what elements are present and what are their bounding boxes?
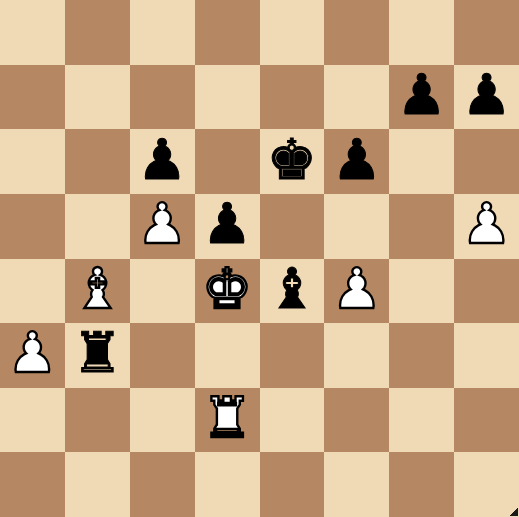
square-g8[interactable] bbox=[389, 0, 454, 65]
square-g5[interactable] bbox=[389, 194, 454, 259]
square-d8[interactable] bbox=[195, 0, 260, 65]
square-a3[interactable]: ♟ bbox=[0, 323, 65, 388]
square-h2[interactable] bbox=[454, 388, 519, 453]
square-b2[interactable] bbox=[65, 388, 130, 453]
square-h8[interactable] bbox=[454, 0, 519, 65]
square-f1[interactable] bbox=[324, 452, 389, 517]
piece-white-pawn[interactable]: ♟ bbox=[332, 261, 382, 317]
square-g2[interactable] bbox=[389, 388, 454, 453]
piece-black-pawn[interactable]: ♟ bbox=[461, 67, 511, 123]
square-d3[interactable] bbox=[195, 323, 260, 388]
piece-white-pawn[interactable]: ♟ bbox=[137, 196, 187, 252]
square-b8[interactable] bbox=[65, 0, 130, 65]
piece-white-bishop[interactable]: ♝ bbox=[72, 261, 122, 317]
square-b7[interactable] bbox=[65, 65, 130, 130]
square-b1[interactable] bbox=[65, 452, 130, 517]
square-b4[interactable]: ♝ bbox=[65, 259, 130, 324]
square-h4[interactable] bbox=[454, 259, 519, 324]
square-e3[interactable] bbox=[260, 323, 325, 388]
square-e2[interactable] bbox=[260, 388, 325, 453]
square-f6[interactable]: ♟ bbox=[324, 129, 389, 194]
square-d4[interactable]: ♚ bbox=[195, 259, 260, 324]
square-h3[interactable] bbox=[454, 323, 519, 388]
square-f3[interactable] bbox=[324, 323, 389, 388]
square-a7[interactable] bbox=[0, 65, 65, 130]
square-h7[interactable]: ♟ bbox=[454, 65, 519, 130]
square-c7[interactable] bbox=[130, 65, 195, 130]
piece-white-pawn[interactable]: ♟ bbox=[461, 196, 511, 252]
square-c4[interactable] bbox=[130, 259, 195, 324]
square-e1[interactable] bbox=[260, 452, 325, 517]
square-d5[interactable]: ♟ bbox=[195, 194, 260, 259]
square-e7[interactable] bbox=[260, 65, 325, 130]
square-a6[interactable] bbox=[0, 129, 65, 194]
square-a4[interactable] bbox=[0, 259, 65, 324]
square-g3[interactable] bbox=[389, 323, 454, 388]
square-b3[interactable]: ♜ bbox=[65, 323, 130, 388]
square-f8[interactable] bbox=[324, 0, 389, 65]
piece-white-pawn[interactable]: ♟ bbox=[7, 325, 57, 381]
piece-black-pawn[interactable]: ♟ bbox=[397, 67, 447, 123]
square-e8[interactable] bbox=[260, 0, 325, 65]
square-b5[interactable] bbox=[65, 194, 130, 259]
square-d7[interactable] bbox=[195, 65, 260, 130]
square-e5[interactable] bbox=[260, 194, 325, 259]
square-h5[interactable]: ♟ bbox=[454, 194, 519, 259]
square-a8[interactable] bbox=[0, 0, 65, 65]
square-c6[interactable]: ♟ bbox=[130, 129, 195, 194]
square-f2[interactable] bbox=[324, 388, 389, 453]
board-resize-handle[interactable] bbox=[509, 507, 518, 516]
square-d2[interactable]: ♜ bbox=[195, 388, 260, 453]
square-c5[interactable]: ♟ bbox=[130, 194, 195, 259]
piece-black-pawn[interactable]: ♟ bbox=[137, 132, 187, 188]
chess-board: ♟♟♟♚♟♟♟♟♝♚♝♟♟♜♜ bbox=[0, 0, 519, 517]
square-g4[interactable] bbox=[389, 259, 454, 324]
square-g1[interactable] bbox=[389, 452, 454, 517]
square-f7[interactable] bbox=[324, 65, 389, 130]
square-f4[interactable]: ♟ bbox=[324, 259, 389, 324]
square-d6[interactable] bbox=[195, 129, 260, 194]
square-g7[interactable]: ♟ bbox=[389, 65, 454, 130]
square-f5[interactable] bbox=[324, 194, 389, 259]
piece-black-pawn[interactable]: ♟ bbox=[202, 196, 252, 252]
square-c8[interactable] bbox=[130, 0, 195, 65]
piece-black-pawn[interactable]: ♟ bbox=[332, 132, 382, 188]
square-b6[interactable] bbox=[65, 129, 130, 194]
piece-white-rook[interactable]: ♜ bbox=[202, 390, 252, 446]
square-h6[interactable] bbox=[454, 129, 519, 194]
square-d1[interactable] bbox=[195, 452, 260, 517]
square-c2[interactable] bbox=[130, 388, 195, 453]
piece-black-rook[interactable]: ♜ bbox=[72, 325, 122, 381]
piece-black-bishop[interactable]: ♝ bbox=[267, 261, 317, 317]
square-e4[interactable]: ♝ bbox=[260, 259, 325, 324]
square-a2[interactable] bbox=[0, 388, 65, 453]
square-c3[interactable] bbox=[130, 323, 195, 388]
square-g6[interactable] bbox=[389, 129, 454, 194]
square-e6[interactable]: ♚ bbox=[260, 129, 325, 194]
piece-black-king[interactable]: ♚ bbox=[267, 132, 317, 188]
square-c1[interactable] bbox=[130, 452, 195, 517]
piece-white-king[interactable]: ♚ bbox=[202, 261, 252, 317]
square-a1[interactable] bbox=[0, 452, 65, 517]
square-a5[interactable] bbox=[0, 194, 65, 259]
